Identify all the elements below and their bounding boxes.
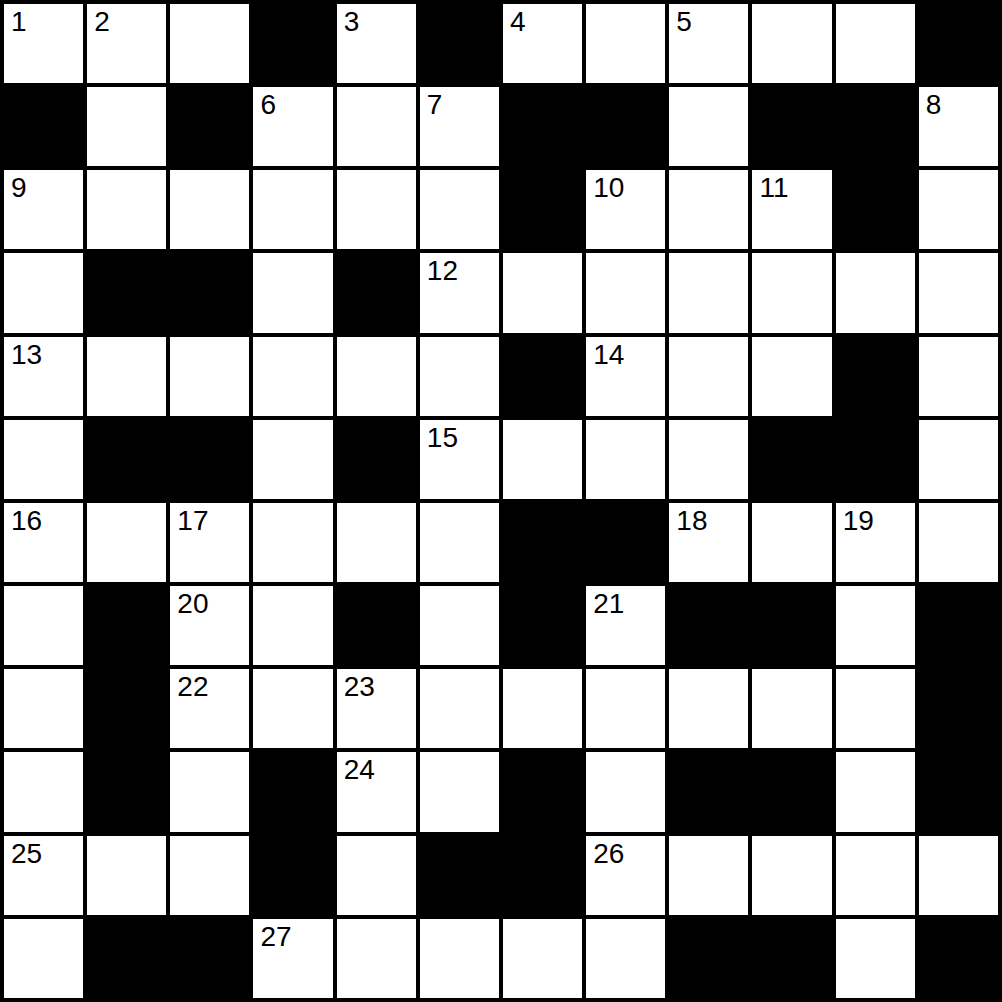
cell-10-2[interactable] xyxy=(170,836,249,915)
cell-0-8[interactable]: 5 xyxy=(669,4,748,83)
cell-2-7[interactable]: 10 xyxy=(586,170,665,249)
cell-4-5[interactable] xyxy=(420,337,499,416)
cell-11-4[interactable] xyxy=(337,919,416,998)
cell-11-0[interactable] xyxy=(4,919,83,998)
cell-3-5[interactable]: 12 xyxy=(420,253,499,332)
cell-5-11[interactable] xyxy=(919,420,998,499)
cell-10-7[interactable]: 26 xyxy=(586,836,665,915)
cell-11-2-block xyxy=(170,919,249,998)
cell-5-2-block xyxy=(170,420,249,499)
cell-6-2[interactable]: 17 xyxy=(170,503,249,582)
clue-number-20: 20 xyxy=(177,589,208,620)
cell-0-7[interactable] xyxy=(586,4,665,83)
cell-8-9[interactable] xyxy=(752,669,831,748)
cell-10-1[interactable] xyxy=(87,836,166,915)
cell-8-6[interactable] xyxy=(503,669,582,748)
cell-1-10-block xyxy=(836,87,915,166)
cell-2-4[interactable] xyxy=(337,170,416,249)
cell-4-3[interactable] xyxy=(253,337,332,416)
cell-4-11[interactable] xyxy=(919,337,998,416)
clue-number-10: 10 xyxy=(593,173,624,204)
cell-3-3[interactable] xyxy=(253,253,332,332)
cell-7-11-block xyxy=(919,586,998,665)
cell-9-4[interactable]: 24 xyxy=(337,752,416,831)
cell-8-8[interactable] xyxy=(669,669,748,748)
cell-3-9[interactable] xyxy=(752,253,831,332)
cell-9-7[interactable] xyxy=(586,752,665,831)
cell-3-11[interactable] xyxy=(919,253,998,332)
cell-2-9[interactable]: 11 xyxy=(752,170,831,249)
cell-6-1[interactable] xyxy=(87,503,166,582)
crossword-board: 1234567891011121314151617181920212223242… xyxy=(0,0,1002,1002)
cell-6-6-block xyxy=(503,503,582,582)
clue-number-6: 6 xyxy=(260,90,276,121)
cell-6-10[interactable]: 19 xyxy=(836,503,915,582)
clue-number-4: 4 xyxy=(510,7,526,38)
cell-10-9[interactable] xyxy=(752,836,831,915)
cell-4-1[interactable] xyxy=(87,337,166,416)
clue-number-3: 3 xyxy=(344,7,360,38)
cell-6-3[interactable] xyxy=(253,503,332,582)
cell-6-7-block xyxy=(586,503,665,582)
cell-7-6-block xyxy=(503,586,582,665)
cell-9-9-block xyxy=(752,752,831,831)
clue-number-11: 11 xyxy=(759,173,788,204)
clue-number-24: 24 xyxy=(344,755,375,786)
cell-3-2-block xyxy=(170,253,249,332)
cell-5-3[interactable] xyxy=(253,420,332,499)
cell-6-5[interactable] xyxy=(420,503,499,582)
cell-0-3-block xyxy=(253,4,332,83)
cell-7-0[interactable] xyxy=(4,586,83,665)
clue-number-7: 7 xyxy=(427,90,443,121)
cell-10-3-block xyxy=(253,836,332,915)
cell-3-6[interactable] xyxy=(503,253,582,332)
cell-7-1-block xyxy=(87,586,166,665)
clue-number-17: 17 xyxy=(177,506,208,537)
cell-9-0[interactable] xyxy=(4,752,83,831)
cell-7-5[interactable] xyxy=(420,586,499,665)
cell-2-0[interactable]: 9 xyxy=(4,170,83,249)
clue-number-25: 25 xyxy=(11,839,42,870)
clue-number-27: 27 xyxy=(260,922,291,953)
cell-7-2[interactable]: 20 xyxy=(170,586,249,665)
cell-2-6-block xyxy=(503,170,582,249)
cell-5-10-block xyxy=(836,420,915,499)
cell-10-6-block xyxy=(503,836,582,915)
cell-0-6[interactable]: 4 xyxy=(503,4,582,83)
cell-3-1-block xyxy=(87,253,166,332)
cell-10-10[interactable] xyxy=(836,836,915,915)
cell-2-11[interactable] xyxy=(919,170,998,249)
cell-2-10-block xyxy=(836,170,915,249)
cell-9-5[interactable] xyxy=(420,752,499,831)
cell-8-5[interactable] xyxy=(420,669,499,748)
cell-11-1-block xyxy=(87,919,166,998)
cell-1-1[interactable] xyxy=(87,87,166,166)
cell-8-7[interactable] xyxy=(586,669,665,748)
cell-10-4[interactable] xyxy=(337,836,416,915)
cell-1-11[interactable]: 8 xyxy=(919,87,998,166)
clue-number-9: 9 xyxy=(11,173,27,204)
cell-11-3[interactable]: 27 xyxy=(253,919,332,998)
cell-10-5-block xyxy=(420,836,499,915)
cell-4-7[interactable]: 14 xyxy=(586,337,665,416)
cell-2-3[interactable] xyxy=(253,170,332,249)
cell-7-8-block xyxy=(669,586,748,665)
cell-9-6-block xyxy=(503,752,582,831)
cell-4-0[interactable]: 13 xyxy=(4,337,83,416)
clue-number-23: 23 xyxy=(344,672,375,703)
cell-10-8[interactable] xyxy=(669,836,748,915)
clue-number-21: 21 xyxy=(593,589,624,620)
cell-6-8[interactable]: 18 xyxy=(669,503,748,582)
cell-7-4-block xyxy=(337,586,416,665)
cell-0-11-block xyxy=(919,4,998,83)
cell-2-2[interactable] xyxy=(170,170,249,249)
clue-number-16: 16 xyxy=(11,506,42,537)
cell-6-11[interactable] xyxy=(919,503,998,582)
cell-5-6[interactable] xyxy=(503,420,582,499)
cell-3-8[interactable] xyxy=(669,253,748,332)
cell-8-2[interactable]: 22 xyxy=(170,669,249,748)
cell-1-4[interactable] xyxy=(337,87,416,166)
cell-1-2-block xyxy=(170,87,249,166)
cell-9-3-block xyxy=(253,752,332,831)
cell-5-9-block xyxy=(752,420,831,499)
clue-number-12: 12 xyxy=(427,256,458,287)
cell-1-7-block xyxy=(586,87,665,166)
clue-number-8: 8 xyxy=(926,90,942,121)
cell-4-8[interactable] xyxy=(669,337,748,416)
cell-0-4[interactable]: 3 xyxy=(337,4,416,83)
cell-2-5[interactable] xyxy=(420,170,499,249)
cell-7-10[interactable] xyxy=(836,586,915,665)
cell-1-6-block xyxy=(503,87,582,166)
cell-8-1-block xyxy=(87,669,166,748)
cell-0-5-block xyxy=(420,4,499,83)
clue-number-14: 14 xyxy=(593,340,624,371)
cell-11-7[interactable] xyxy=(586,919,665,998)
clue-number-2: 2 xyxy=(94,7,110,38)
cell-9-8-block xyxy=(669,752,748,831)
cell-9-1-block xyxy=(87,752,166,831)
clue-number-19: 19 xyxy=(843,506,874,537)
cell-11-10[interactable] xyxy=(836,919,915,998)
cell-5-8[interactable] xyxy=(669,420,748,499)
cell-9-11-block xyxy=(919,752,998,831)
cell-0-1[interactable]: 2 xyxy=(87,4,166,83)
cell-3-10[interactable] xyxy=(836,253,915,332)
cell-9-2[interactable] xyxy=(170,752,249,831)
clue-number-18: 18 xyxy=(676,506,707,537)
cell-7-3[interactable] xyxy=(253,586,332,665)
cell-11-5[interactable] xyxy=(420,919,499,998)
cell-2-1[interactable] xyxy=(87,170,166,249)
cell-8-4[interactable]: 23 xyxy=(337,669,416,748)
clue-number-15: 15 xyxy=(427,423,458,454)
cell-4-4[interactable] xyxy=(337,337,416,416)
cell-3-4-block xyxy=(337,253,416,332)
cell-5-5[interactable]: 15 xyxy=(420,420,499,499)
clue-number-13: 13 xyxy=(11,340,42,371)
cell-5-1-block xyxy=(87,420,166,499)
cell-0-9[interactable] xyxy=(752,4,831,83)
cell-1-0-block xyxy=(4,87,83,166)
cell-7-9-block xyxy=(752,586,831,665)
cell-1-8[interactable] xyxy=(669,87,748,166)
cell-3-0[interactable] xyxy=(4,253,83,332)
cell-2-8[interactable] xyxy=(669,170,748,249)
cell-10-11[interactable] xyxy=(919,836,998,915)
cell-4-2[interactable] xyxy=(170,337,249,416)
cell-4-10-block xyxy=(836,337,915,416)
cell-7-7[interactable]: 21 xyxy=(586,586,665,665)
cell-5-7[interactable] xyxy=(586,420,665,499)
cell-1-3[interactable]: 6 xyxy=(253,87,332,166)
cell-8-0[interactable] xyxy=(4,669,83,748)
cell-5-4-block xyxy=(337,420,416,499)
cell-11-6[interactable] xyxy=(503,919,582,998)
cell-0-10[interactable] xyxy=(836,4,915,83)
cell-11-11-block xyxy=(919,919,998,998)
cell-1-5[interactable]: 7 xyxy=(420,87,499,166)
cell-0-0[interactable]: 1 xyxy=(4,4,83,83)
cell-1-9-block xyxy=(752,87,831,166)
clue-number-1: 1 xyxy=(11,7,27,38)
cell-5-0[interactable] xyxy=(4,420,83,499)
cell-9-10[interactable] xyxy=(836,752,915,831)
cell-8-3[interactable] xyxy=(253,669,332,748)
cell-4-9[interactable] xyxy=(752,337,831,416)
clue-number-5: 5 xyxy=(676,7,692,38)
cell-8-11-block xyxy=(919,669,998,748)
cell-6-4[interactable] xyxy=(337,503,416,582)
clue-number-22: 22 xyxy=(177,672,208,703)
cell-11-9-block xyxy=(752,919,831,998)
clue-number-26: 26 xyxy=(593,839,624,870)
cell-3-7[interactable] xyxy=(586,253,665,332)
cell-6-9[interactable] xyxy=(752,503,831,582)
cell-8-10[interactable] xyxy=(836,669,915,748)
cell-4-6-block xyxy=(503,337,582,416)
cell-10-0[interactable]: 25 xyxy=(4,836,83,915)
cell-11-8-block xyxy=(669,919,748,998)
cell-0-2[interactable] xyxy=(170,4,249,83)
cell-6-0[interactable]: 16 xyxy=(4,503,83,582)
